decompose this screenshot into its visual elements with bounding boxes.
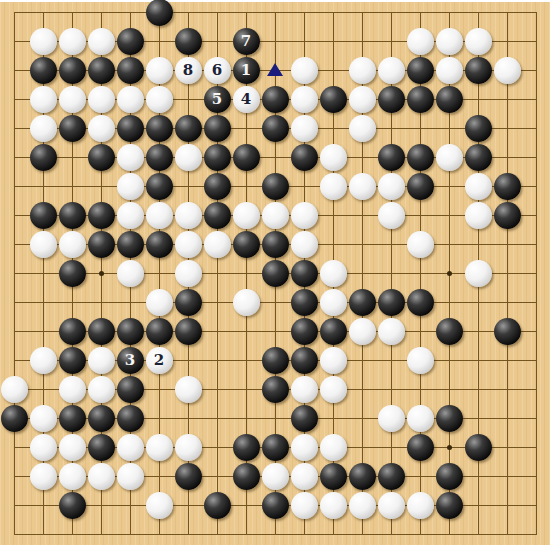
stone-white[interactable] bbox=[349, 57, 376, 84]
stone-white[interactable] bbox=[30, 28, 57, 55]
stone-white[interactable] bbox=[88, 86, 115, 113]
stone-white[interactable] bbox=[30, 434, 57, 461]
stone-black[interactable] bbox=[59, 202, 86, 229]
triangle-marker bbox=[267, 63, 283, 76]
stone-black[interactable] bbox=[233, 463, 260, 490]
stone-black[interactable] bbox=[175, 28, 202, 55]
stone-white[interactable] bbox=[30, 115, 57, 142]
stone-white[interactable] bbox=[494, 57, 521, 84]
stone-black[interactable] bbox=[175, 289, 202, 316]
stone-white[interactable] bbox=[146, 434, 173, 461]
stone-white[interactable] bbox=[175, 231, 202, 258]
stone-white[interactable] bbox=[59, 376, 86, 403]
stone-white[interactable] bbox=[320, 376, 347, 403]
stone-white[interactable] bbox=[407, 492, 434, 519]
stone-white[interactable] bbox=[117, 144, 144, 171]
stone-white[interactable] bbox=[436, 57, 463, 84]
stone-white[interactable] bbox=[175, 202, 202, 229]
stone-black[interactable] bbox=[436, 492, 463, 519]
stone-black[interactable] bbox=[349, 463, 376, 490]
stone-black[interactable] bbox=[117, 376, 144, 403]
stone-black[interactable] bbox=[233, 144, 260, 171]
stone-white[interactable] bbox=[88, 347, 115, 374]
stone-white[interactable] bbox=[30, 463, 57, 490]
stone-white[interactable] bbox=[465, 202, 492, 229]
stone-white[interactable] bbox=[349, 173, 376, 200]
stone-black[interactable] bbox=[30, 144, 57, 171]
stone-black[interactable] bbox=[494, 318, 521, 345]
stone-black[interactable] bbox=[175, 463, 202, 490]
star-point bbox=[447, 445, 452, 450]
stone-black[interactable] bbox=[262, 492, 289, 519]
stone-move-6[interactable]: 6 bbox=[204, 57, 231, 84]
stone-black[interactable] bbox=[407, 173, 434, 200]
stone-black[interactable] bbox=[262, 376, 289, 403]
stone-white[interactable] bbox=[349, 115, 376, 142]
stone-black[interactable] bbox=[59, 318, 86, 345]
stone-black[interactable] bbox=[407, 57, 434, 84]
stone-white[interactable] bbox=[378, 318, 405, 345]
stone-white[interactable] bbox=[146, 492, 173, 519]
stone-black[interactable] bbox=[494, 173, 521, 200]
stone-white[interactable] bbox=[465, 260, 492, 287]
stone-black[interactable] bbox=[175, 318, 202, 345]
stone-white[interactable] bbox=[117, 434, 144, 461]
stone-white[interactable] bbox=[291, 376, 318, 403]
stone-black[interactable] bbox=[175, 115, 202, 142]
stone-black[interactable] bbox=[59, 57, 86, 84]
stone-black[interactable] bbox=[59, 260, 86, 287]
grid-line-horizontal bbox=[14, 302, 537, 303]
stone-black[interactable] bbox=[465, 57, 492, 84]
stone-black[interactable] bbox=[59, 492, 86, 519]
stone-move-5[interactable]: 5 bbox=[204, 86, 231, 113]
stone-white[interactable] bbox=[117, 260, 144, 287]
stone-white[interactable] bbox=[30, 405, 57, 432]
stone-black[interactable] bbox=[378, 289, 405, 316]
stone-black[interactable] bbox=[146, 0, 173, 26]
stone-white[interactable] bbox=[262, 202, 289, 229]
stone-white[interactable] bbox=[465, 173, 492, 200]
stone-white[interactable] bbox=[378, 57, 405, 84]
stone-black[interactable] bbox=[320, 318, 347, 345]
stone-black[interactable] bbox=[117, 57, 144, 84]
grid-line-horizontal bbox=[14, 534, 537, 535]
stone-white[interactable] bbox=[320, 173, 347, 200]
stone-black[interactable] bbox=[117, 405, 144, 432]
stone-white[interactable] bbox=[117, 202, 144, 229]
stone-white[interactable] bbox=[320, 144, 347, 171]
stone-white[interactable] bbox=[88, 463, 115, 490]
stone-white[interactable] bbox=[117, 86, 144, 113]
stone-white[interactable] bbox=[291, 492, 318, 519]
stone-black[interactable] bbox=[146, 115, 173, 142]
stone-black[interactable] bbox=[117, 318, 144, 345]
stone-white[interactable] bbox=[30, 86, 57, 113]
stone-white[interactable] bbox=[407, 231, 434, 258]
stone-black[interactable] bbox=[262, 86, 289, 113]
stone-white[interactable] bbox=[117, 463, 144, 490]
stone-move-2[interactable]: 2 bbox=[146, 347, 173, 374]
stone-white[interactable] bbox=[436, 28, 463, 55]
stone-black[interactable] bbox=[291, 260, 318, 287]
stone-black[interactable] bbox=[349, 289, 376, 316]
stone-white[interactable] bbox=[407, 405, 434, 432]
stone-white[interactable] bbox=[378, 173, 405, 200]
stone-black[interactable] bbox=[320, 86, 347, 113]
stone-move-4[interactable]: 4 bbox=[233, 86, 260, 113]
go-board[interactable]: 78615432 bbox=[0, 2, 550, 545]
stone-white[interactable] bbox=[320, 347, 347, 374]
stone-white[interactable] bbox=[233, 202, 260, 229]
star-point bbox=[99, 271, 104, 276]
stone-black[interactable] bbox=[117, 28, 144, 55]
stone-white[interactable] bbox=[349, 492, 376, 519]
stone-black[interactable] bbox=[407, 144, 434, 171]
stone-black[interactable] bbox=[233, 434, 260, 461]
stone-white[interactable] bbox=[146, 57, 173, 84]
stone-white[interactable] bbox=[1, 376, 28, 403]
stone-white[interactable] bbox=[175, 144, 202, 171]
stone-white[interactable] bbox=[465, 28, 492, 55]
stone-black[interactable] bbox=[88, 405, 115, 432]
stone-black[interactable] bbox=[378, 144, 405, 171]
grid-line-vertical bbox=[536, 12, 537, 535]
stone-black[interactable] bbox=[146, 318, 173, 345]
stone-white[interactable] bbox=[378, 202, 405, 229]
stone-black[interactable] bbox=[88, 434, 115, 461]
screenshot-frame: 78615432 bbox=[0, 0, 550, 552]
stone-white[interactable] bbox=[146, 86, 173, 113]
stone-white[interactable] bbox=[320, 492, 347, 519]
stone-black[interactable] bbox=[407, 434, 434, 461]
stone-black[interactable] bbox=[262, 173, 289, 200]
stone-white[interactable] bbox=[378, 492, 405, 519]
stone-black[interactable] bbox=[262, 231, 289, 258]
stone-black[interactable] bbox=[291, 289, 318, 316]
stone-black[interactable] bbox=[146, 144, 173, 171]
stone-black[interactable] bbox=[262, 260, 289, 287]
stone-white[interactable] bbox=[407, 28, 434, 55]
stone-black[interactable] bbox=[320, 463, 347, 490]
stone-black[interactable] bbox=[204, 173, 231, 200]
stone-black[interactable] bbox=[204, 115, 231, 142]
stone-white[interactable] bbox=[291, 202, 318, 229]
stone-black[interactable] bbox=[146, 231, 173, 258]
stone-white[interactable] bbox=[30, 347, 57, 374]
stone-white[interactable] bbox=[59, 463, 86, 490]
stone-move-1[interactable]: 1 bbox=[233, 57, 260, 84]
stone-white[interactable] bbox=[291, 463, 318, 490]
stone-white[interactable] bbox=[117, 173, 144, 200]
stone-black[interactable] bbox=[146, 173, 173, 200]
stone-black[interactable] bbox=[88, 202, 115, 229]
stone-white[interactable] bbox=[320, 289, 347, 316]
stone-white[interactable] bbox=[291, 86, 318, 113]
stone-black[interactable] bbox=[1, 405, 28, 432]
stone-black[interactable] bbox=[117, 115, 144, 142]
stone-black[interactable] bbox=[233, 231, 260, 258]
stone-white[interactable] bbox=[349, 86, 376, 113]
stone-black[interactable] bbox=[59, 405, 86, 432]
stone-black[interactable] bbox=[291, 347, 318, 374]
stone-white[interactable] bbox=[88, 28, 115, 55]
stone-black[interactable] bbox=[88, 57, 115, 84]
stone-black[interactable] bbox=[465, 115, 492, 142]
stone-white[interactable] bbox=[175, 260, 202, 287]
stone-black[interactable] bbox=[291, 144, 318, 171]
stone-white[interactable] bbox=[146, 289, 173, 316]
stone-black[interactable] bbox=[30, 57, 57, 84]
star-point bbox=[447, 271, 452, 276]
stone-black[interactable] bbox=[204, 144, 231, 171]
stone-white[interactable] bbox=[88, 115, 115, 142]
stone-black[interactable] bbox=[436, 405, 463, 432]
grid-line-vertical bbox=[507, 12, 508, 535]
stone-black[interactable] bbox=[59, 347, 86, 374]
stone-move-8[interactable]: 8 bbox=[175, 57, 202, 84]
stone-black[interactable] bbox=[88, 144, 115, 171]
stone-white[interactable] bbox=[59, 86, 86, 113]
stone-white[interactable] bbox=[291, 115, 318, 142]
stone-white[interactable] bbox=[175, 434, 202, 461]
stone-white[interactable] bbox=[175, 376, 202, 403]
stone-white[interactable] bbox=[291, 57, 318, 84]
stone-white[interactable] bbox=[291, 231, 318, 258]
stone-white[interactable] bbox=[59, 434, 86, 461]
stone-black[interactable] bbox=[291, 318, 318, 345]
stone-black[interactable] bbox=[262, 347, 289, 374]
stone-black[interactable] bbox=[204, 202, 231, 229]
stone-black[interactable] bbox=[88, 231, 115, 258]
stone-black[interactable] bbox=[30, 202, 57, 229]
stone-black[interactable] bbox=[494, 202, 521, 229]
stone-white[interactable] bbox=[204, 231, 231, 258]
stone-white[interactable] bbox=[407, 347, 434, 374]
stone-white[interactable] bbox=[320, 260, 347, 287]
stone-black[interactable] bbox=[88, 318, 115, 345]
stone-move-3[interactable]: 3 bbox=[117, 347, 144, 374]
stone-white[interactable] bbox=[262, 463, 289, 490]
stone-white[interactable] bbox=[30, 231, 57, 258]
stone-white[interactable] bbox=[59, 28, 86, 55]
stone-black[interactable] bbox=[291, 405, 318, 432]
stone-black[interactable] bbox=[378, 463, 405, 490]
stone-black[interactable] bbox=[262, 115, 289, 142]
stone-black[interactable] bbox=[117, 231, 144, 258]
stone-white[interactable] bbox=[436, 144, 463, 171]
stone-white[interactable] bbox=[320, 434, 347, 461]
stone-black[interactable] bbox=[436, 318, 463, 345]
stone-white[interactable] bbox=[291, 434, 318, 461]
stone-black[interactable] bbox=[436, 86, 463, 113]
stone-white[interactable] bbox=[349, 318, 376, 345]
stone-white[interactable] bbox=[146, 202, 173, 229]
stone-black[interactable] bbox=[262, 434, 289, 461]
stone-white[interactable] bbox=[378, 405, 405, 432]
stone-black[interactable] bbox=[378, 86, 405, 113]
stone-move-7[interactable]: 7 bbox=[233, 28, 260, 55]
stone-black[interactable] bbox=[465, 144, 492, 171]
stone-black[interactable] bbox=[407, 86, 434, 113]
stone-black[interactable] bbox=[436, 463, 463, 490]
stone-black[interactable] bbox=[59, 115, 86, 142]
stone-black[interactable] bbox=[204, 492, 231, 519]
stone-white[interactable] bbox=[88, 376, 115, 403]
stone-black[interactable] bbox=[407, 289, 434, 316]
stone-black[interactable] bbox=[465, 434, 492, 461]
stone-white[interactable] bbox=[233, 289, 260, 316]
stone-white[interactable] bbox=[59, 231, 86, 258]
